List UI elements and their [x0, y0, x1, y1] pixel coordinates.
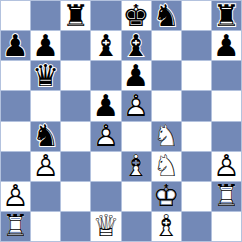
- black-pawn: ♟♟: [91, 91, 120, 120]
- square-a5[interactable]: [1, 91, 30, 120]
- piece-outline-layer: ♙: [1, 182, 30, 211]
- square-b2[interactable]: [31, 182, 60, 211]
- black-pawn: ♟♟: [1, 31, 30, 60]
- square-c2[interactable]: [61, 182, 90, 211]
- square-d5[interactable]: ♟♟: [91, 91, 120, 120]
- square-b8[interactable]: [31, 1, 60, 30]
- square-g2[interactable]: [182, 182, 211, 211]
- square-b7[interactable]: ♟♟: [31, 31, 60, 60]
- black-king: ♚♚: [122, 1, 151, 30]
- white-bishop: ♝♗: [122, 152, 151, 181]
- piece-fill-layer: ♟: [31, 31, 60, 60]
- square-f1[interactable]: ♝♗: [152, 212, 181, 241]
- square-g6[interactable]: [182, 61, 211, 90]
- square-d3[interactable]: [91, 152, 120, 181]
- square-e6[interactable]: ♟♟: [122, 61, 151, 90]
- black-bishop: ♝♝: [122, 31, 151, 60]
- black-knight: ♞♞: [31, 122, 60, 151]
- square-h4[interactable]: [212, 122, 241, 151]
- white-pawn: ♟♙: [91, 122, 120, 151]
- piece-outline-layer: ♖: [212, 182, 241, 211]
- square-b6[interactable]: ♛♛: [31, 61, 60, 90]
- square-h6[interactable]: [212, 61, 241, 90]
- square-h7[interactable]: ♟♟: [212, 31, 241, 60]
- black-knight: ♞♞: [152, 1, 181, 30]
- square-e1[interactable]: [122, 212, 151, 241]
- piece-fill-layer: ♝: [122, 31, 151, 60]
- white-queen: ♛♕: [91, 212, 120, 241]
- square-f6[interactable]: [152, 61, 181, 90]
- square-a8[interactable]: [1, 1, 30, 30]
- black-pawn: ♟♟: [212, 31, 241, 60]
- piece-fill-layer: ♞: [31, 122, 60, 151]
- piece-outline-layer: ♗: [122, 152, 151, 181]
- square-g1[interactable]: [182, 212, 211, 241]
- square-c3[interactable]: [61, 152, 90, 181]
- white-pawn: ♟♙: [31, 152, 60, 181]
- white-pawn: ♟♙: [212, 152, 241, 181]
- square-g7[interactable]: [182, 31, 211, 60]
- piece-outline-layer: ♕: [91, 212, 120, 241]
- square-f7[interactable]: [152, 31, 181, 60]
- piece-fill-layer: ♟: [91, 91, 120, 120]
- piece-outline-layer: ♙: [212, 152, 241, 181]
- square-h1[interactable]: [212, 212, 241, 241]
- square-a7[interactable]: ♟♟: [1, 31, 30, 60]
- piece-outline-layer: ♙: [122, 91, 151, 120]
- piece-outline-layer: ♙: [31, 152, 60, 181]
- square-g4[interactable]: [182, 122, 211, 151]
- piece-outline-layer: ♙: [91, 122, 120, 151]
- white-rook: ♜♖: [1, 212, 30, 241]
- piece-fill-layer: ♛: [31, 61, 60, 90]
- black-pawn: ♟♟: [31, 31, 60, 60]
- white-bishop: ♝♗: [152, 212, 181, 241]
- square-g8[interactable]: [182, 1, 211, 30]
- square-d7[interactable]: ♝♝: [91, 31, 120, 60]
- piece-fill-layer: ♟: [212, 31, 241, 60]
- black-pawn: ♟♟: [122, 61, 151, 90]
- square-f8[interactable]: ♞♞: [152, 1, 181, 30]
- piece-fill-layer: ♝: [91, 31, 120, 60]
- square-e5[interactable]: ♟♙: [122, 91, 151, 120]
- square-c6[interactable]: [61, 61, 90, 90]
- square-g5[interactable]: [182, 91, 211, 120]
- white-pawn: ♟♙: [1, 182, 30, 211]
- piece-outline-layer: ♘: [152, 152, 181, 181]
- white-knight: ♞♘: [152, 122, 181, 151]
- piece-fill-layer: ♚: [122, 1, 151, 30]
- square-e3[interactable]: ♝♗: [122, 152, 151, 181]
- square-f3[interactable]: ♞♘: [152, 152, 181, 181]
- square-c1[interactable]: [61, 212, 90, 241]
- white-rook: ♜♖: [212, 182, 241, 211]
- square-e4[interactable]: [122, 122, 151, 151]
- chess-board: ♜♜♚♚♞♞♜♜♟♟♟♟♝♝♝♝♟♟♛♛♟♟♟♟♟♙♞♞♟♙♞♘♟♙♝♗♞♘♟♙…: [0, 0, 242, 242]
- square-b5[interactable]: [31, 91, 60, 120]
- square-c5[interactable]: [61, 91, 90, 120]
- square-b3[interactable]: ♟♙: [31, 152, 60, 181]
- square-d8[interactable]: [91, 1, 120, 30]
- piece-fill-layer: ♞: [152, 1, 181, 30]
- square-a2[interactable]: ♟♙: [1, 182, 30, 211]
- square-f2[interactable]: ♚♔: [152, 182, 181, 211]
- piece-outline-layer: ♘: [152, 122, 181, 151]
- white-knight: ♞♘: [152, 152, 181, 181]
- piece-fill-layer: ♜: [212, 1, 241, 30]
- square-h8[interactable]: ♜♜: [212, 1, 241, 30]
- black-rook: ♜♜: [212, 1, 241, 30]
- square-a3[interactable]: [1, 152, 30, 181]
- square-b1[interactable]: [31, 212, 60, 241]
- square-g3[interactable]: [182, 152, 211, 181]
- piece-outline-layer: ♗: [152, 212, 181, 241]
- square-e8[interactable]: ♚♚: [122, 1, 151, 30]
- piece-outline-layer: ♖: [1, 212, 30, 241]
- square-h5[interactable]: [212, 91, 241, 120]
- piece-fill-layer: ♜: [61, 1, 90, 30]
- piece-outline-layer: ♔: [152, 182, 181, 211]
- black-bishop: ♝♝: [91, 31, 120, 60]
- square-a6[interactable]: [1, 61, 30, 90]
- square-d2[interactable]: [91, 182, 120, 211]
- square-b4[interactable]: ♞♞: [31, 122, 60, 151]
- square-a1[interactable]: ♜♖: [1, 212, 30, 241]
- square-d1[interactable]: ♛♕: [91, 212, 120, 241]
- square-c7[interactable]: [61, 31, 90, 60]
- square-e7[interactable]: ♝♝: [122, 31, 151, 60]
- white-king: ♚♔: [152, 182, 181, 211]
- square-c8[interactable]: ♜♜: [61, 1, 90, 30]
- black-rook: ♜♜: [61, 1, 90, 30]
- square-d4[interactable]: ♟♙: [91, 122, 120, 151]
- square-d6[interactable]: [91, 61, 120, 90]
- square-f4[interactable]: ♞♘: [152, 122, 181, 151]
- piece-fill-layer: ♟: [1, 31, 30, 60]
- square-c4[interactable]: [61, 122, 90, 151]
- square-a4[interactable]: [1, 122, 30, 151]
- piece-fill-layer: ♟: [122, 61, 151, 90]
- square-f5[interactable]: [152, 91, 181, 120]
- square-e2[interactable]: [122, 182, 151, 211]
- black-queen: ♛♛: [31, 61, 60, 90]
- white-pawn: ♟♙: [122, 91, 151, 120]
- square-h2[interactable]: ♜♖: [212, 182, 241, 211]
- square-h3[interactable]: ♟♙: [212, 152, 241, 181]
